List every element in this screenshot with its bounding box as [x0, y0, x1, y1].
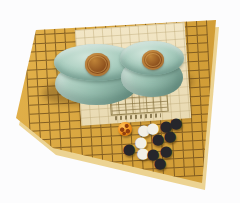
flower-stone[interactable] [118, 122, 132, 136]
grid-cell [174, 168, 185, 177]
grid-cell [43, 175, 54, 184]
grid-cell [103, 172, 114, 181]
go-set-photo: Overhead-angle photo of a go set: yellow… [0, 0, 240, 203]
go-stone-black[interactable]: ● [152, 155, 168, 171]
bowl-label-seal [142, 50, 164, 70]
grid-cell [52, 157, 63, 166]
grid-cell [73, 173, 84, 182]
grid-cell [32, 158, 43, 167]
grid-cell [83, 164, 94, 173]
grid-cell [83, 173, 94, 182]
grid-cell [53, 166, 64, 175]
grid-cell [31, 149, 42, 158]
go-stone-black[interactable]: ● [121, 141, 137, 157]
grid-cell [42, 166, 53, 175]
grid-cell [25, 26, 36, 35]
grid-cell [93, 172, 104, 181]
grid-cell [33, 175, 44, 184]
grid-cell [32, 167, 43, 176]
grid-cell [53, 174, 64, 183]
grid-cell [184, 167, 195, 176]
stone-bowl-right[interactable] [120, 41, 184, 97]
grid-cell [63, 174, 74, 183]
grid-cell [42, 157, 53, 166]
grid-cell [63, 165, 74, 174]
grid-cell [73, 164, 84, 173]
bowl-label-seal [85, 53, 110, 76]
grid-cell [114, 171, 125, 180]
